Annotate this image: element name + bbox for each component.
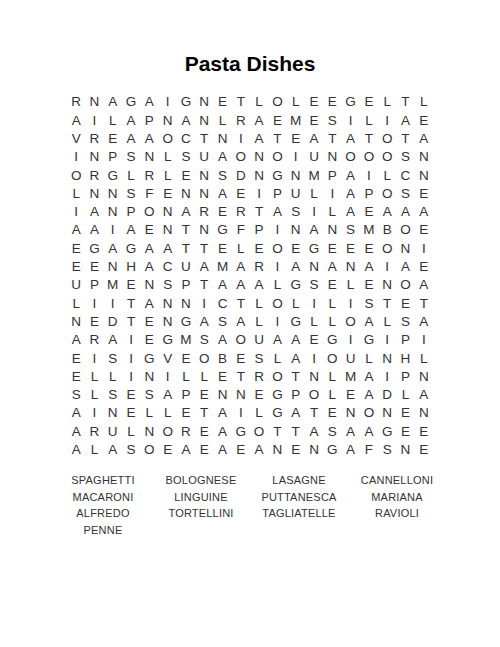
grid-cell: A (287, 404, 305, 422)
word-list: SPAGHETTIBOLOGNESELASAGNECANNELLONIMACAR… (54, 472, 446, 538)
grid-cell: N (415, 148, 433, 166)
grid-cell: E (122, 276, 140, 294)
grid-cell: N (195, 93, 213, 111)
grid-cell: O (268, 93, 286, 111)
grid-cell: N (250, 148, 268, 166)
grid-cell: O (323, 349, 341, 367)
grid-cell: L (268, 276, 286, 294)
grid-cell: O (268, 239, 286, 257)
grid-cell: E (396, 294, 414, 312)
grid-cell: O (140, 441, 158, 459)
grid-cell: N (341, 258, 359, 276)
grid-cell: N (396, 239, 414, 257)
grid-cell: R (232, 203, 250, 221)
grid-cell: U (195, 148, 213, 166)
grid-cell: A (323, 258, 341, 276)
grid-cell: E (177, 349, 195, 367)
grid-cell: T (305, 404, 323, 422)
grid-cell: E (305, 111, 323, 129)
grid-cell: I (305, 294, 323, 312)
grid-cell: I (85, 349, 103, 367)
grid-cell: S (378, 441, 396, 459)
grid-cell: A (250, 130, 268, 148)
grid-cell: A (396, 203, 414, 221)
grid-cell: P (323, 166, 341, 184)
grid-cell: L (323, 294, 341, 312)
grid-cell: A (305, 130, 323, 148)
grid-cell: A (287, 331, 305, 349)
grid-cell: A (67, 404, 85, 422)
grid-cell: I (415, 331, 433, 349)
grid-cell: A (67, 221, 85, 239)
grid-cell: A (341, 441, 359, 459)
grid-cell: A (415, 130, 433, 148)
grid-cell: A (67, 111, 85, 129)
grid-cell: A (140, 239, 158, 257)
grid-cell: U (250, 331, 268, 349)
grid-cell: S (341, 221, 359, 239)
grid-cell: E (213, 93, 231, 111)
grid-cell: I (378, 331, 396, 349)
grid-cell: G (305, 239, 323, 257)
grid-cell: M (177, 331, 195, 349)
grid-cell: N (158, 294, 176, 312)
grid-cell: R (85, 130, 103, 148)
grid-cell: I (341, 294, 359, 312)
grid-cell: I (323, 184, 341, 202)
grid-cell: N (232, 386, 250, 404)
grid-cell: I (67, 148, 85, 166)
grid-cell: L (323, 313, 341, 331)
grid-cell: O (378, 130, 396, 148)
grid-cell: M (305, 166, 323, 184)
grid-cell: E (232, 349, 250, 367)
grid-cell: I (305, 203, 323, 221)
grid-cell: I (158, 93, 176, 111)
grid-cell: A (232, 258, 250, 276)
grid-cell: N (195, 221, 213, 239)
letter-grid: RNAGAIGNETLOLEEGELTLAILAPNANLRAEMESILIAE… (67, 93, 433, 459)
grid-cell: E (140, 221, 158, 239)
grid-cell: N (213, 130, 231, 148)
grid-cell: P (396, 367, 414, 385)
grid-cell: L (378, 93, 396, 111)
grid-cell: M (104, 276, 122, 294)
grid-cell: E (85, 313, 103, 331)
grid-cell: V (67, 130, 85, 148)
grid-cell: L (305, 184, 323, 202)
grid-cell: G (323, 441, 341, 459)
grid-cell: A (415, 276, 433, 294)
grid-cell: A (268, 331, 286, 349)
grid-cell: E (323, 276, 341, 294)
word-list-item: PENNE (54, 521, 152, 538)
grid-cell: A (104, 331, 122, 349)
grid-cell: E (360, 239, 378, 257)
grid-cell: N (104, 184, 122, 202)
grid-cell: N (305, 367, 323, 385)
grid-cell: I (195, 294, 213, 312)
grid-cell: E (268, 111, 286, 129)
grid-cell: N (323, 221, 341, 239)
grid-cell: N (268, 441, 286, 459)
grid-cell: A (85, 221, 103, 239)
grid-cell: I (232, 130, 250, 148)
grid-cell: A (250, 441, 268, 459)
grid-cell: A (213, 422, 231, 440)
grid-cell: S (158, 276, 176, 294)
grid-cell: N (177, 294, 195, 312)
grid-cell: A (140, 93, 158, 111)
grid-cell: S (140, 386, 158, 404)
grid-cell: S (122, 184, 140, 202)
grid-cell: I (250, 184, 268, 202)
grid-cell: M (360, 221, 378, 239)
grid-cell: L (85, 367, 103, 385)
grid-cell: R (140, 166, 158, 184)
word-list-item: RAVIOLI (348, 505, 446, 522)
grid-cell: T (232, 294, 250, 312)
grid-cell: S (104, 349, 122, 367)
grid-cell: N (396, 441, 414, 459)
grid-cell: A (195, 313, 213, 331)
grid-cell: U (341, 349, 359, 367)
grid-cell: L (177, 367, 195, 385)
grid-cell: I (360, 166, 378, 184)
grid-cell: A (305, 422, 323, 440)
grid-cell: C (158, 258, 176, 276)
grid-cell: A (305, 221, 323, 239)
grid-cell: A (341, 130, 359, 148)
grid-cell: O (378, 239, 396, 257)
grid-cell: L (396, 386, 414, 404)
grid-cell: A (122, 130, 140, 148)
grid-cell: G (287, 313, 305, 331)
grid-cell: A (360, 386, 378, 404)
grid-cell: A (85, 203, 103, 221)
grid-cell: E (360, 276, 378, 294)
grid-cell: A (195, 258, 213, 276)
grid-cell: B (213, 349, 231, 367)
grid-cell: O (140, 203, 158, 221)
grid-cell: A (396, 258, 414, 276)
grid-cell: E (323, 404, 341, 422)
grid-cell: A (360, 367, 378, 385)
grid-cell: G (287, 276, 305, 294)
grid-cell: L (378, 313, 396, 331)
grid-cell: E (360, 93, 378, 111)
grid-cell: I (104, 294, 122, 312)
word-list-item: LINGUINE (152, 488, 250, 505)
grid-cell: G (268, 386, 286, 404)
grid-cell: O (341, 148, 359, 166)
grid-cell: L (323, 203, 341, 221)
grid-cell: T (177, 221, 195, 239)
grid-cell: G (232, 422, 250, 440)
grid-cell: L (268, 349, 286, 367)
grid-cell: G (177, 313, 195, 331)
grid-cell: A (213, 276, 231, 294)
grid-cell: T (360, 130, 378, 148)
grid-cell: S (122, 148, 140, 166)
grid-cell: E (67, 258, 85, 276)
grid-cell: N (85, 93, 103, 111)
grid-cell: E (195, 441, 213, 459)
grid-cell: I (122, 349, 140, 367)
grid-cell: I (122, 367, 140, 385)
grid-cell: R (85, 166, 103, 184)
grid-cell: N (140, 367, 158, 385)
grid-cell: S (67, 386, 85, 404)
grid-cell: G (177, 93, 195, 111)
grid-cell: A (360, 422, 378, 440)
grid-cell: N (341, 404, 359, 422)
grid-cell: E (323, 93, 341, 111)
grid-cell: L (250, 93, 268, 111)
grid-cell: L (158, 166, 176, 184)
grid-cell: C (213, 294, 231, 312)
grid-cell: E (195, 422, 213, 440)
grid-cell: O (378, 148, 396, 166)
grid-cell: O (67, 166, 85, 184)
grid-cell: P (177, 386, 195, 404)
grid-cell: E (104, 130, 122, 148)
grid-cell: A (287, 349, 305, 367)
grid-cell: T (195, 276, 213, 294)
grid-cell: A (396, 111, 414, 129)
grid-cell: D (378, 386, 396, 404)
grid-cell: T (396, 130, 414, 148)
word-search-worksheet: Pasta Dishes RNAGAIGNETLOLEEGELTLAILAPNA… (0, 0, 500, 647)
grid-cell: N (378, 276, 396, 294)
grid-cell: A (341, 166, 359, 184)
grid-cell: B (378, 221, 396, 239)
grid-cell: N (158, 203, 176, 221)
grid-cell: N (67, 313, 85, 331)
grid-cell: N (415, 367, 433, 385)
grid-cell: N (378, 349, 396, 367)
grid-cell: S (122, 441, 140, 459)
grid-cell: L (85, 441, 103, 459)
grid-cell: P (287, 386, 305, 404)
grid-cell: L (122, 166, 140, 184)
grid-cell: L (158, 404, 176, 422)
grid-cell: T (122, 313, 140, 331)
grid-cell: A (287, 258, 305, 276)
grid-cell: T (287, 367, 305, 385)
grid-cell: I (268, 258, 286, 276)
grid-cell: C (177, 130, 195, 148)
grid-cell: T (378, 294, 396, 312)
grid-cell: S (250, 349, 268, 367)
grid-cell: G (122, 239, 140, 257)
grid-cell: E (360, 203, 378, 221)
grid-cell: N (287, 166, 305, 184)
grid-cell: E (177, 404, 195, 422)
grid-cell: S (305, 276, 323, 294)
grid-cell: A (140, 258, 158, 276)
grid-cell: A (250, 111, 268, 129)
grid-cell: O (360, 148, 378, 166)
grid-cell: A (104, 239, 122, 257)
word-list-item: MARIANA (348, 488, 446, 505)
grid-cell: L (287, 93, 305, 111)
grid-cell: T (177, 239, 195, 257)
grid-cell: N (195, 111, 213, 129)
grid-cell: G (213, 221, 231, 239)
grid-cell: S (195, 331, 213, 349)
grid-cell: A (213, 441, 231, 459)
grid-cell: E (195, 386, 213, 404)
grid-cell: I (122, 331, 140, 349)
grid-cell: P (268, 184, 286, 202)
grid-cell: A (67, 422, 85, 440)
grid-cell: N (158, 111, 176, 129)
grid-cell: I (415, 239, 433, 257)
grid-cell: G (85, 239, 103, 257)
grid-cell: I (232, 404, 250, 422)
grid-cell: F (360, 441, 378, 459)
grid-cell: M (341, 367, 359, 385)
grid-cell: E (415, 422, 433, 440)
grid-cell: A (213, 184, 231, 202)
grid-cell: A (341, 203, 359, 221)
grid-cell: A (177, 203, 195, 221)
grid-cell: A (213, 148, 231, 166)
grid-cell: N (305, 441, 323, 459)
grid-cell: S (213, 166, 231, 184)
grid-cell: O (158, 422, 176, 440)
grid-cell: I (268, 313, 286, 331)
grid-cell: T (232, 367, 250, 385)
grid-cell: G (158, 331, 176, 349)
grid-cell: S (396, 313, 414, 331)
grid-cell: L (122, 422, 140, 440)
grid-cell: S (104, 386, 122, 404)
grid-cell: M (287, 111, 305, 129)
grid-cell: O (268, 294, 286, 312)
grid-cell: T (268, 130, 286, 148)
grid-cell: A (158, 239, 176, 257)
grid-cell: N (213, 386, 231, 404)
grid-cell: T (195, 239, 213, 257)
grid-cell: A (67, 331, 85, 349)
grid-cell: R (250, 258, 268, 276)
grid-cell: R (67, 93, 85, 111)
grid-cell: O (360, 404, 378, 422)
grid-cell: L (67, 294, 85, 312)
grid-cell: A (158, 386, 176, 404)
grid-cell: T (232, 93, 250, 111)
grid-cell: L (213, 111, 231, 129)
grid-cell: L (341, 276, 359, 294)
grid-cell: U (287, 184, 305, 202)
grid-cell: E (305, 331, 323, 349)
grid-cell: I (158, 367, 176, 385)
grid-cell: A (140, 294, 158, 312)
grid-cell: U (67, 276, 85, 294)
grid-cell: T (250, 203, 268, 221)
grid-cell: T (396, 93, 414, 111)
grid-cell: R (177, 422, 195, 440)
grid-cell: L (415, 93, 433, 111)
grid-cell: E (415, 111, 433, 129)
grid-cell: E (250, 386, 268, 404)
grid-cell: E (213, 367, 231, 385)
grid-cell: A (341, 422, 359, 440)
grid-cell: P (122, 203, 140, 221)
grid-cell: L (323, 386, 341, 404)
grid-cell: E (158, 441, 176, 459)
grid-cell: L (250, 294, 268, 312)
grid-cell: N (287, 221, 305, 239)
grid-cell: N (158, 313, 176, 331)
grid-cell: G (378, 422, 396, 440)
grid-cell: E (287, 441, 305, 459)
grid-cell: N (305, 258, 323, 276)
grid-cell: L (360, 111, 378, 129)
grid-cell: N (85, 148, 103, 166)
grid-cell: R (195, 203, 213, 221)
grid-cell: A (341, 184, 359, 202)
grid-cell: A (232, 313, 250, 331)
grid-cell: H (122, 258, 140, 276)
word-list-item: PUTTANESCA (250, 488, 348, 505)
grid-cell: G (122, 93, 140, 111)
grid-cell: L (250, 313, 268, 331)
grid-cell: I (378, 111, 396, 129)
grid-cell: E (85, 258, 103, 276)
grid-cell: I (305, 349, 323, 367)
grid-cell: C (396, 166, 414, 184)
grid-cell: T (415, 294, 433, 312)
grid-cell: E (396, 422, 414, 440)
grid-cell: N (177, 184, 195, 202)
grid-cell: H (396, 349, 414, 367)
word-list-item: CANNELLONI (348, 472, 446, 489)
grid-cell: D (232, 166, 250, 184)
grid-cell: L (415, 349, 433, 367)
grid-cell: O (195, 349, 213, 367)
grid-cell: N (415, 404, 433, 422)
grid-cell: S (323, 422, 341, 440)
grid-cell: I (67, 203, 85, 221)
grid-cell: E (305, 93, 323, 111)
grid-cell: S (177, 148, 195, 166)
grid-cell: N (140, 148, 158, 166)
grid-cell: N (158, 221, 176, 239)
grid-cell: E (341, 386, 359, 404)
grid-cell: I (85, 111, 103, 129)
grid-cell: M (213, 258, 231, 276)
grid-cell: A (415, 203, 433, 221)
grid-cell: F (140, 184, 158, 202)
grid-cell: A (122, 221, 140, 239)
grid-cell: E (232, 441, 250, 459)
grid-cell: A (104, 93, 122, 111)
grid-cell: A (360, 258, 378, 276)
grid-cell: T (195, 404, 213, 422)
grid-cell: S (396, 148, 414, 166)
grid-cell: I (104, 221, 122, 239)
grid-cell: I (378, 258, 396, 276)
grid-cell: E (415, 184, 433, 202)
grid-cell: E (213, 239, 231, 257)
grid-cell: O (268, 148, 286, 166)
grid-cell: S (213, 313, 231, 331)
grid-cell: E (415, 258, 433, 276)
word-list-item: MACARONI (54, 488, 152, 505)
